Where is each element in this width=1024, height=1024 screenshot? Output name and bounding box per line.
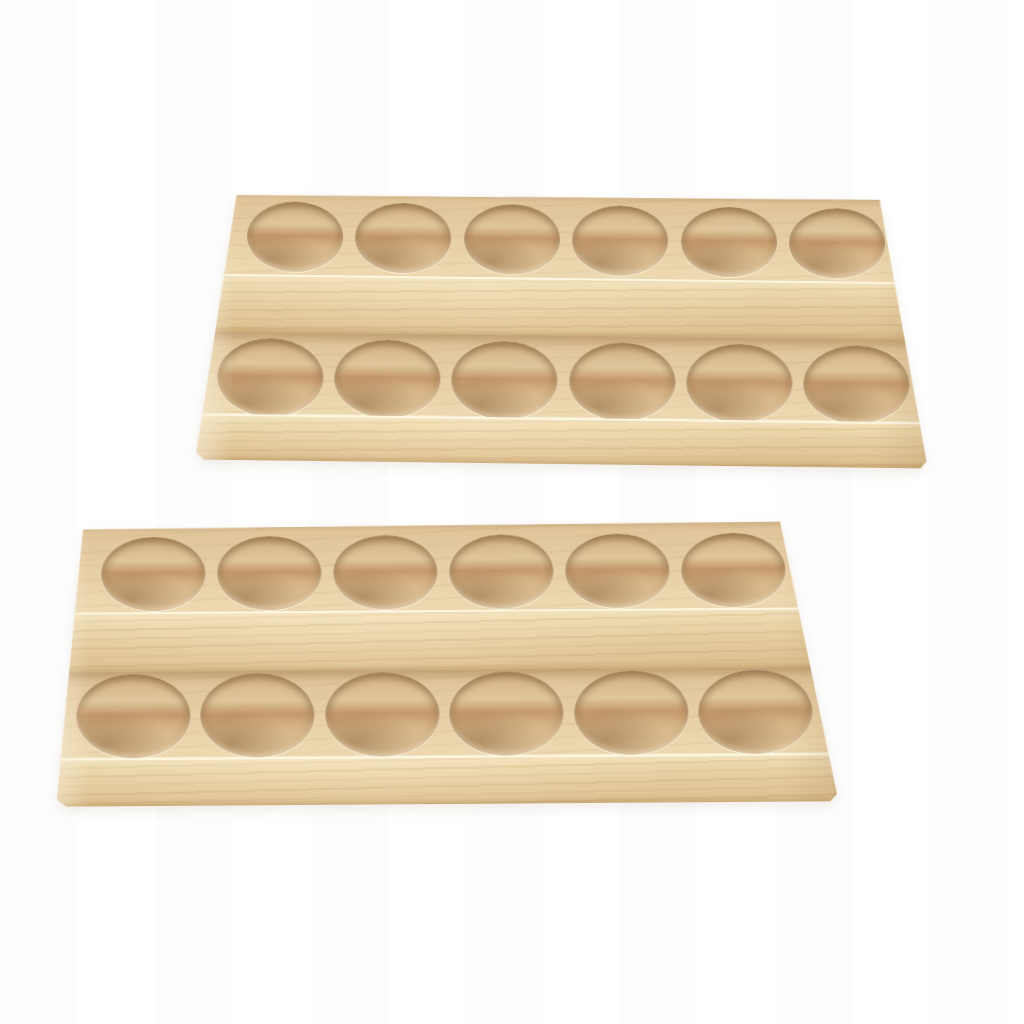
upper-board-front-riser bbox=[196, 414, 927, 469]
board2-row1-pit3 bbox=[333, 535, 438, 610]
board2-row2-pit1 bbox=[76, 674, 191, 759]
board2-row2-pit2 bbox=[200, 673, 315, 758]
upper-board-back-riser bbox=[198, 274, 929, 341]
mancala-board-lower bbox=[49, 521, 837, 806]
upper-board-front-pit-row bbox=[197, 332, 928, 423]
board1-row2-pit3 bbox=[451, 341, 558, 420]
board2-row2-pit3 bbox=[325, 672, 440, 757]
board1-row1-pit4 bbox=[572, 205, 669, 276]
board-body bbox=[49, 521, 837, 806]
lower-board-back-pit-row bbox=[49, 521, 836, 612]
board2-row1-pit4 bbox=[449, 534, 554, 609]
board-body bbox=[196, 192, 929, 469]
board1-row1-pit2 bbox=[355, 202, 452, 273]
lower-board-back-tier bbox=[49, 521, 836, 672]
board2-row2-pit5 bbox=[574, 670, 689, 755]
mancala-board-upper bbox=[196, 192, 929, 469]
board1-row1-pit1 bbox=[247, 201, 344, 272]
lower-board-back-riser bbox=[50, 607, 836, 672]
board2-row1-pit6 bbox=[681, 533, 786, 608]
board1-row2-pit4 bbox=[568, 342, 675, 421]
lower-board-front-pit-row bbox=[50, 667, 837, 758]
board2-row2-pit6 bbox=[698, 669, 813, 754]
board1-row1-pit3 bbox=[463, 204, 560, 275]
board2-row1-pit2 bbox=[217, 536, 322, 611]
board1-row2-pit1 bbox=[217, 338, 324, 417]
upper-board-front-tier bbox=[196, 332, 928, 469]
upper-board-back-tier bbox=[198, 192, 930, 341]
product-photo-canvas bbox=[0, 0, 1024, 1024]
board2-row2-pit4 bbox=[449, 671, 564, 756]
upper-board-back-pit-row bbox=[199, 192, 930, 283]
lower-board-front-riser bbox=[51, 753, 837, 806]
board1-row2-pit5 bbox=[686, 344, 793, 423]
board1-row2-pit6 bbox=[803, 345, 910, 424]
board2-row1-pit5 bbox=[565, 533, 670, 608]
board1-row2-pit2 bbox=[334, 339, 441, 418]
board1-row1-pit6 bbox=[789, 208, 886, 279]
board2-row1-pit1 bbox=[101, 537, 206, 612]
lower-board-front-tier bbox=[50, 667, 837, 806]
board1-row1-pit5 bbox=[680, 206, 777, 277]
